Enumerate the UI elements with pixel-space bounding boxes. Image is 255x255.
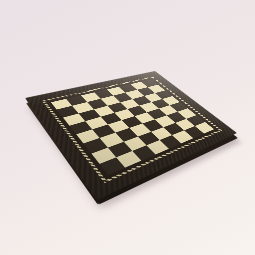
chess-board	[25, 71, 237, 200]
product-photo-stage	[0, 0, 255, 255]
